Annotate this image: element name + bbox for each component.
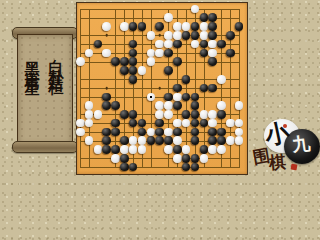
black-stone: [129, 66, 138, 75]
white-stone: [76, 119, 85, 128]
logo-char-qi: 棋: [268, 153, 286, 171]
black-stone: [182, 163, 191, 172]
white-stone: [138, 136, 147, 145]
white-stone: [173, 93, 182, 102]
black-stone: [102, 128, 111, 137]
black-stone: [191, 163, 200, 172]
white-stone: [85, 49, 94, 58]
white-stone: [102, 49, 111, 58]
black-stone: [217, 136, 226, 145]
white-stone: [217, 101, 226, 110]
black-stone: [217, 40, 226, 49]
white-stone: [173, 31, 182, 40]
black-stone: [235, 22, 244, 31]
black-stone: [102, 101, 111, 110]
black-stone: [226, 31, 235, 40]
white-stone: [208, 110, 217, 119]
white-player-column: 白朴廷桓: [48, 47, 64, 73]
black-stone: [102, 93, 111, 102]
white-stone: [182, 119, 191, 128]
black-stone: [120, 154, 129, 163]
black-stone: [208, 128, 217, 137]
black-stone: [182, 93, 191, 102]
white-stone: [235, 128, 244, 137]
black-stone: [129, 163, 138, 172]
white-stone: [200, 110, 209, 119]
go-board-grid[interactable]: [76, 5, 244, 172]
black-stone: [111, 145, 120, 154]
white-stone: [235, 119, 244, 128]
white-stone: [208, 119, 217, 128]
black-stone: [129, 49, 138, 58]
black-stone: [102, 136, 111, 145]
white-stone: [235, 136, 244, 145]
star-point: [105, 34, 108, 37]
black-stone: [173, 145, 182, 154]
black-stone: [191, 119, 200, 128]
white-stone: [235, 101, 244, 110]
black-stone: [164, 136, 173, 145]
black-stone: [182, 75, 191, 84]
black-stone: [200, 84, 209, 93]
white-stone: [129, 136, 138, 145]
white-stone: [164, 145, 173, 154]
white-stone: [94, 110, 103, 119]
black-stone: [208, 31, 217, 40]
black-label: 黑: [23, 49, 41, 55]
black-stone: [173, 101, 182, 110]
black-stone: [200, 145, 209, 154]
white-stone-last-move: [147, 93, 156, 102]
star-point: [105, 87, 108, 90]
white-stone: [173, 154, 182, 163]
black-stone: [208, 136, 217, 145]
black-stone: [120, 66, 129, 75]
black-stone: [155, 136, 164, 145]
white-stone: [226, 119, 235, 128]
white-stone: [164, 101, 173, 110]
black-stone: [120, 57, 129, 66]
white-stone: [138, 145, 147, 154]
white-stone: [208, 145, 217, 154]
go-board[interactable]: [76, 2, 248, 175]
white-stone: [182, 145, 191, 154]
black-player-name: 唐韦星: [23, 59, 41, 76]
thumbnail-background: { "game": "go", "board": { "size": 19, "…: [0, 0, 320, 180]
black-stone: [129, 40, 138, 49]
black-stone: [120, 163, 129, 172]
white-stone: [208, 40, 217, 49]
black-stone: [208, 22, 217, 31]
white-stone: [85, 136, 94, 145]
black-stone: [102, 145, 111, 154]
white-stone: [76, 57, 85, 66]
white-stone: [111, 154, 120, 163]
white-stone: [164, 128, 173, 137]
black-stone: [94, 40, 103, 49]
black-stone: [182, 154, 191, 163]
black-stone: [191, 128, 200, 137]
scroll-bottom-roll: [12, 141, 78, 153]
black-stone: [173, 40, 182, 49]
black-stone: [217, 128, 226, 137]
black-stone: [200, 40, 209, 49]
black-stone: [164, 93, 173, 102]
white-stone: [147, 128, 156, 137]
white-stone: [164, 40, 173, 49]
white-stone: [120, 145, 129, 154]
star-point: [158, 34, 161, 37]
white-stone: [94, 145, 103, 154]
white-stone: [164, 31, 173, 40]
black-stone: [191, 110, 200, 119]
white-stone: [155, 40, 164, 49]
black-stone: [147, 136, 156, 145]
black-stone: [173, 128, 182, 137]
black-stone: [138, 22, 147, 31]
white-stone: [173, 119, 182, 128]
white-stone: [226, 136, 235, 145]
black-stone: [111, 128, 120, 137]
black-stone: [111, 119, 120, 128]
black-stone: [191, 101, 200, 110]
white-stone: [85, 101, 94, 110]
logo-char-xiao: 小: [263, 120, 291, 148]
white-stone: [147, 57, 156, 66]
black-stone: [129, 22, 138, 31]
black-stone: [191, 22, 200, 31]
white-stone: [120, 22, 129, 31]
black-stone: [191, 31, 200, 40]
white-stone: [76, 128, 85, 137]
black-stone: [155, 128, 164, 137]
white-stone: [200, 31, 209, 40]
white-stone: [129, 145, 138, 154]
black-stone: [173, 84, 182, 93]
white-stone: [155, 49, 164, 58]
black-stone: [129, 110, 138, 119]
black-stone: [138, 128, 147, 137]
white-stone: [147, 49, 156, 58]
black-stone: [120, 110, 129, 119]
white-stone: [164, 110, 173, 119]
black-stone: [129, 57, 138, 66]
white-stone: [200, 22, 209, 31]
white-player-name: 朴廷桓: [47, 57, 65, 74]
black-stone: [200, 49, 209, 58]
white-stone: [217, 145, 226, 154]
white-stone: [208, 49, 217, 58]
black-stone: [129, 119, 138, 128]
black-stone: [200, 119, 209, 128]
white-stone: [102, 22, 111, 31]
player-name-scroll: 白朴廷桓 黑唐韦星: [12, 27, 78, 153]
black-stone: [155, 22, 164, 31]
black-stone: [217, 110, 226, 119]
channel-logo: 小 九 围 棋: [250, 116, 320, 180]
black-stone: [111, 57, 120, 66]
logo-red-seal-stamp: [291, 164, 298, 171]
black-stone: [129, 75, 138, 84]
black-player-column: 黑唐韦星: [24, 49, 40, 75]
black-stone: [120, 136, 129, 145]
white-stone: [85, 119, 94, 128]
black-stone: [182, 31, 191, 40]
white-stone: [147, 31, 156, 40]
black-stone: [191, 154, 200, 163]
logo-char-jiu: 九: [291, 134, 311, 154]
white-stone: [85, 110, 94, 119]
white-stone: [164, 13, 173, 22]
white-stone: [155, 110, 164, 119]
logo-red-seal-dot: [283, 124, 287, 128]
black-stone: [164, 49, 173, 58]
black-stone: [155, 119, 164, 128]
star-point: [158, 87, 161, 90]
black-stone: [191, 136, 200, 145]
white-stone: [173, 136, 182, 145]
white-stone: [173, 22, 182, 31]
black-stone: [164, 66, 173, 75]
black-stone: [208, 84, 217, 93]
white-stone: [217, 75, 226, 84]
white-stone: [191, 5, 200, 14]
white-stone: [155, 101, 164, 110]
black-stone: [226, 49, 235, 58]
black-stone: [200, 13, 209, 22]
white-stone: [138, 66, 147, 75]
black-stone: [208, 57, 217, 66]
white-stone: [200, 154, 209, 163]
black-stone: [182, 110, 191, 119]
white-stone: [182, 22, 191, 31]
black-stone: [191, 93, 200, 102]
black-stone: [138, 119, 147, 128]
black-stone: [208, 13, 217, 22]
black-stone: [173, 57, 182, 66]
white-label: 白: [47, 47, 65, 53]
white-stone: [191, 40, 200, 49]
black-stone: [111, 101, 120, 110]
